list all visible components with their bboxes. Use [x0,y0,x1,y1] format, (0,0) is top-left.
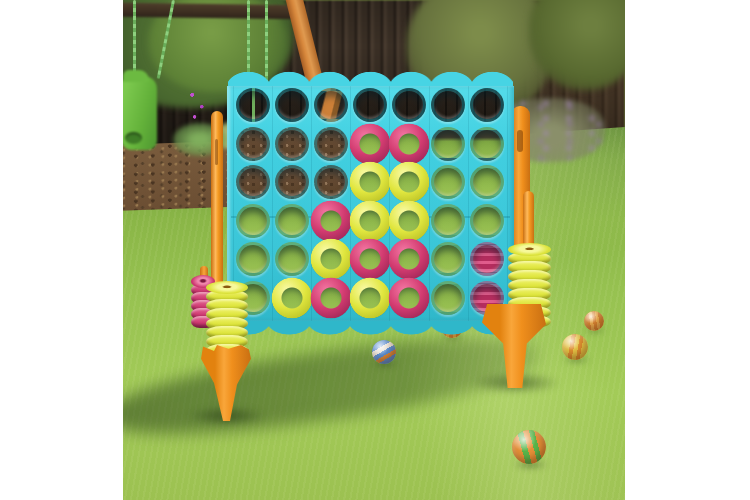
page-canvas [0,0,750,500]
orange-ball [584,311,604,331]
hole-r5c1 [236,242,270,276]
disc-pink-r4c3 [310,200,351,241]
hole-r5c7 [470,242,504,276]
right-foot [482,304,546,388]
disc-yellow-r4c4 [350,200,391,241]
hole-r2c6 [431,127,465,161]
hole-r3c3 [314,165,348,199]
hole-r3c2 [275,165,309,199]
hole-r4c7 [470,204,504,238]
disc-pink-r2c5 [389,123,430,164]
hole-r2c7 [470,127,504,161]
hole-r1c5 [392,88,426,122]
disc-pink-r2c4 [350,123,391,164]
hole-r6c6 [431,281,465,315]
hole-r1c3 [314,88,348,122]
hole-r1c2 [275,88,309,122]
hole-r4c2 [275,204,309,238]
connect-four-unit [123,0,625,500]
disc-yellow-r5c3 [310,239,351,280]
hole-r1c1 [236,88,270,122]
hole-r2c2 [275,127,309,161]
hole-r5c2 [275,242,309,276]
hole-r4c6 [431,204,465,238]
disc-yellow-r6c2 [271,277,312,318]
hole-r5c6 [431,242,465,276]
board [227,70,514,336]
hole-r3c6 [431,165,465,199]
hole-r4c1 [236,204,270,238]
disc-pink-r5c5 [389,239,430,280]
hole-r2c1 [236,127,270,161]
yellow-orange-striped-ball [562,334,588,360]
orange-green-striped-ball [512,430,546,464]
hole-r2c3 [314,127,348,161]
disc-pink-r6c3 [310,277,351,318]
disc-yellow-r6c4 [350,277,391,318]
product-photo [123,0,625,500]
board-bottom-scallops [228,321,513,336]
post-slot [517,130,523,152]
disc-pink-r6c5 [389,277,430,318]
hole-r1c6 [431,88,465,122]
disc-yellow-r3c5 [389,162,430,203]
disc-pink-r5c4 [350,239,391,280]
hole-r1c4 [353,88,387,122]
blue-orange-ball [372,340,396,364]
hole-r3c1 [236,165,270,199]
disc-yellow-r3c4 [350,162,391,203]
pole-slot [215,139,218,165]
hole-r1c7 [470,88,504,122]
ring-stack-cap [206,281,248,294]
disc-yellow-r4c5 [389,200,430,241]
ring-stack-cap [508,243,551,256]
left-foot [201,345,251,421]
left-storage-pole [211,111,223,293]
hole-r3c7 [470,165,504,199]
